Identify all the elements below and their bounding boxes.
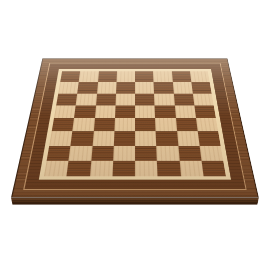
square-r7c7[interactable] (178, 146, 201, 161)
square-r2c3[interactable] (97, 82, 117, 93)
square-r7c4[interactable] (113, 146, 135, 161)
square-r5c4[interactable] (114, 118, 135, 131)
square-r7c8[interactable] (199, 146, 223, 161)
square-r5c6[interactable] (155, 118, 176, 131)
square-r2c4[interactable] (116, 82, 135, 93)
square-r2c1[interactable] (58, 82, 79, 93)
square-r1c5[interactable] (135, 71, 154, 82)
square-r1c8[interactable] (190, 71, 210, 82)
square-r8c2[interactable] (67, 161, 91, 177)
square-r1c3[interactable] (98, 71, 117, 82)
square-r8c7[interactable] (179, 161, 203, 177)
square-r8c8[interactable] (201, 161, 226, 177)
chess-board (11, 58, 259, 197)
square-r5c7[interactable] (176, 118, 198, 131)
product-photo-background (0, 0, 270, 270)
square-r7c6[interactable] (156, 146, 179, 161)
square-r5c8[interactable] (196, 118, 219, 131)
square-r8c3[interactable] (89, 161, 112, 177)
square-r1c7[interactable] (171, 71, 191, 82)
square-r2c7[interactable] (172, 82, 192, 93)
square-r2c2[interactable] (77, 82, 97, 93)
square-r8c4[interactable] (112, 161, 135, 177)
square-r2c6[interactable] (154, 82, 174, 93)
square-r7c2[interactable] (69, 146, 92, 161)
square-r1c4[interactable] (116, 71, 135, 82)
square-r8c1[interactable] (44, 161, 69, 177)
board-front-edge (11, 198, 259, 205)
board-squares (44, 71, 226, 176)
square-r7c5[interactable] (135, 146, 157, 161)
square-r5c5[interactable] (135, 118, 156, 131)
square-r7c3[interactable] (91, 146, 114, 161)
square-r2c8[interactable] (191, 82, 212, 93)
square-r8c6[interactable] (157, 161, 180, 177)
square-r5c3[interactable] (93, 118, 114, 131)
square-r7c1[interactable] (47, 146, 71, 161)
square-r2c5[interactable] (135, 82, 154, 93)
square-r1c6[interactable] (153, 71, 172, 82)
square-r1c1[interactable] (60, 71, 80, 82)
square-r5c1[interactable] (52, 118, 75, 131)
square-r1c2[interactable] (79, 71, 99, 82)
square-r5c2[interactable] (73, 118, 95, 131)
square-r8c5[interactable] (135, 161, 158, 177)
